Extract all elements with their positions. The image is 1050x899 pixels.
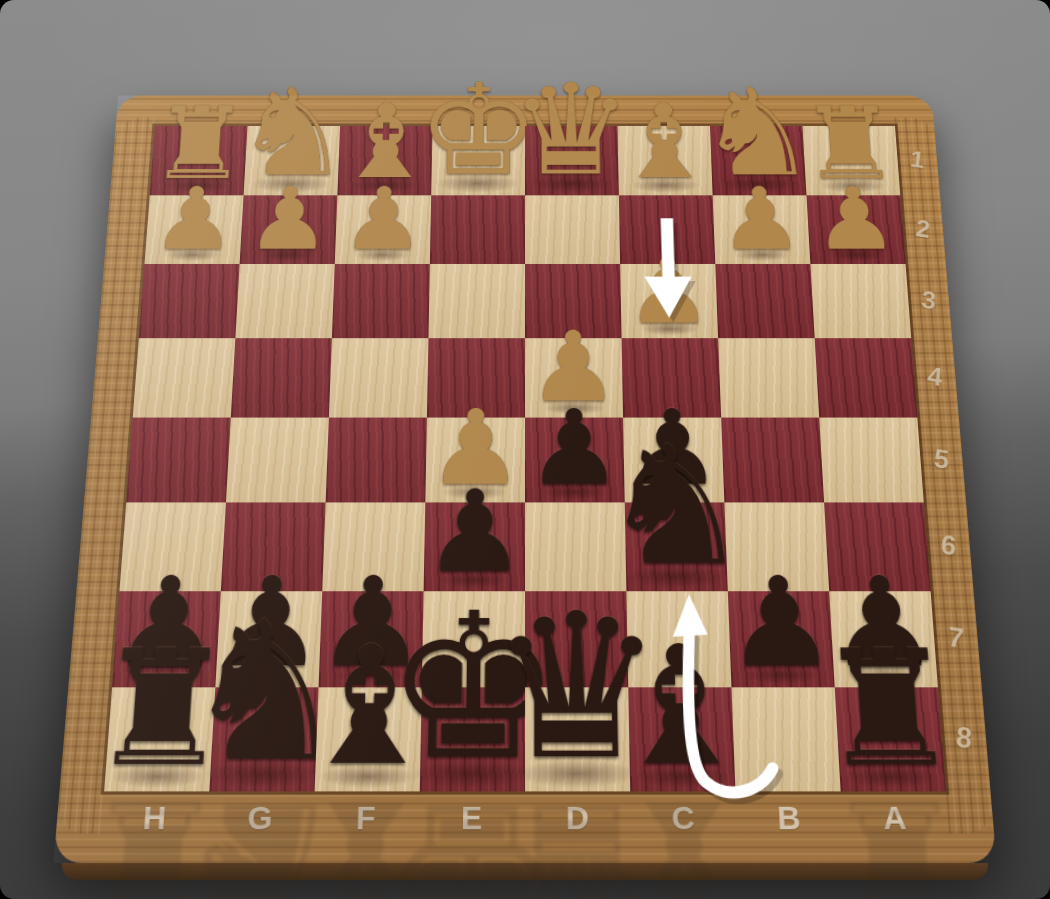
square-f5[interactable] bbox=[326, 418, 427, 503]
board-plane: ♜♜♞♞♝♝♚♚♛♛♝♝♞♞♜♜♟♟♟♟♟♟♟♟♟♟♟♟♟♟♟♟♟♟♟♟♟♟♞♞… bbox=[53, 96, 996, 864]
square-h5[interactable] bbox=[126, 418, 231, 503]
square-c3[interactable]: ♟♟ bbox=[620, 264, 718, 338]
piece-white-pawn-f2[interactable]: ♟♟ bbox=[341, 176, 426, 262]
piece-white-pawn-c3[interactable]: ♟♟ bbox=[625, 246, 713, 336]
square-g3[interactable] bbox=[235, 264, 334, 338]
square-a4[interactable] bbox=[815, 338, 918, 417]
white-pawn-glyph: ♟ bbox=[625, 246, 713, 336]
piece-black-rook-a8[interactable]: ♜♜ bbox=[814, 629, 965, 789]
rank-label-5: 5 bbox=[919, 441, 963, 477]
square-f4[interactable] bbox=[329, 338, 429, 417]
square-e2[interactable] bbox=[430, 195, 525, 264]
chess-app-scene: ♜♜♞♞♝♝♚♚♛♛♝♝♞♞♜♜♟♟♟♟♟♟♟♟♟♟♟♟♟♟♟♟♟♟♟♟♟♟♞♞… bbox=[0, 0, 1050, 899]
square-h2[interactable]: ♟♟ bbox=[144, 195, 243, 264]
rank-label-2: 2 bbox=[902, 212, 944, 245]
square-g5[interactable] bbox=[226, 418, 329, 503]
piece-white-pawn-b2[interactable]: ♟♟ bbox=[718, 176, 805, 262]
square-d1[interactable]: ♛♛ bbox=[525, 126, 619, 195]
square-c8[interactable]: ♝♝ bbox=[628, 687, 735, 791]
white-pawn-glyph: ♟ bbox=[718, 176, 805, 262]
square-e3[interactable] bbox=[428, 264, 525, 338]
square-a3[interactable] bbox=[810, 264, 911, 338]
rank-label-6: 6 bbox=[926, 527, 971, 565]
square-a5[interactable] bbox=[819, 418, 924, 503]
white-pawn-glyph: ♟ bbox=[150, 176, 239, 262]
square-f3[interactable] bbox=[332, 264, 430, 338]
white-pawn-glyph: ♟ bbox=[811, 176, 900, 262]
square-a2[interactable]: ♟♟ bbox=[806, 195, 905, 264]
rank-label-1: 1 bbox=[896, 144, 938, 176]
white-pawn-glyph: ♟ bbox=[245, 176, 332, 262]
chess-board: ♜♜♞♞♝♝♚♚♛♛♝♝♞♞♜♜♟♟♟♟♟♟♟♟♟♟♟♟♟♟♟♟♟♟♟♟♟♟♞♞… bbox=[104, 126, 946, 791]
square-h4[interactable] bbox=[133, 338, 236, 417]
square-b4[interactable] bbox=[718, 338, 819, 417]
piece-white-pawn-a2[interactable]: ♟♟ bbox=[811, 176, 900, 262]
rank-label-4: 4 bbox=[913, 360, 957, 395]
square-a8[interactable]: ♜♜ bbox=[835, 687, 946, 791]
square-b3[interactable] bbox=[715, 264, 814, 338]
square-g4[interactable] bbox=[231, 338, 332, 417]
black-rook-glyph: ♜ bbox=[814, 629, 965, 789]
square-f2[interactable]: ♟♟ bbox=[335, 195, 431, 264]
square-g2[interactable]: ♟♟ bbox=[240, 195, 338, 264]
square-h3[interactable] bbox=[139, 264, 240, 338]
white-pawn-glyph: ♟ bbox=[341, 176, 426, 262]
square-b2[interactable]: ♟♟ bbox=[713, 195, 811, 264]
piece-white-pawn-g2[interactable]: ♟♟ bbox=[245, 176, 332, 262]
piece-white-pawn-h2[interactable]: ♟♟ bbox=[150, 176, 239, 262]
square-d2[interactable] bbox=[525, 195, 620, 264]
rank-label-3: 3 bbox=[907, 283, 950, 317]
